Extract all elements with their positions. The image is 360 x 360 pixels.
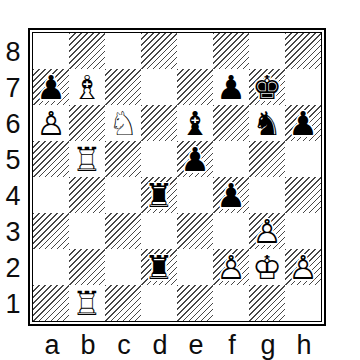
file-label-e: e	[178, 331, 214, 359]
square-e5[interactable]: ♟♟	[177, 141, 213, 177]
chess-board: ♟♟♝♗♟♟♚♚♟♙♞♘♝♝♞♞♟♟♜♖♟♟♜♜♟♟♟♙♜♜♟♙♚♔♟♙♜♖	[32, 32, 322, 322]
square-h5[interactable]	[285, 141, 321, 177]
rank-label-6: 6	[0, 106, 26, 142]
square-f2[interactable]: ♟♙	[213, 249, 249, 285]
square-e4[interactable]	[177, 177, 213, 213]
square-g8[interactable]	[249, 33, 285, 69]
square-d7[interactable]	[141, 69, 177, 105]
square-h8[interactable]	[285, 33, 321, 69]
file-label-a: a	[34, 331, 70, 359]
piece-black-knight[interactable]: ♞♞	[249, 105, 285, 141]
black-rook-glyph: ♜	[144, 251, 174, 284]
piece-black-pawn[interactable]: ♟♟	[177, 141, 213, 177]
square-c4[interactable]	[105, 177, 141, 213]
piece-black-pawn[interactable]: ♟♟	[213, 69, 249, 105]
square-c8[interactable]	[105, 33, 141, 69]
piece-black-pawn[interactable]: ♟♟	[285, 105, 321, 141]
rank-label-5: 5	[0, 142, 26, 178]
square-d2[interactable]: ♜♜	[141, 249, 177, 285]
square-c1[interactable]	[105, 285, 141, 321]
square-c2[interactable]	[105, 249, 141, 285]
rank-labels: 87654321	[0, 34, 26, 322]
square-b6[interactable]	[69, 105, 105, 141]
square-e6[interactable]: ♝♝	[177, 105, 213, 141]
square-e8[interactable]	[177, 33, 213, 69]
rank-label-2: 2	[0, 250, 26, 286]
file-label-g: g	[250, 331, 286, 359]
square-a4[interactable]	[33, 177, 69, 213]
square-a2[interactable]	[33, 249, 69, 285]
square-d1[interactable]	[141, 285, 177, 321]
piece-white-bishop[interactable]: ♝♗	[69, 69, 105, 105]
square-f1[interactable]	[213, 285, 249, 321]
square-f5[interactable]	[213, 141, 249, 177]
square-h7[interactable]	[285, 69, 321, 105]
piece-black-pawn[interactable]: ♟♟	[33, 69, 69, 105]
square-a6[interactable]: ♟♙	[33, 105, 69, 141]
square-h1[interactable]	[285, 285, 321, 321]
file-label-b: b	[70, 331, 106, 359]
piece-black-rook[interactable]: ♜♜	[141, 177, 177, 213]
black-pawn-glyph: ♟	[180, 143, 210, 176]
rank-label-4: 4	[0, 178, 26, 214]
square-g4[interactable]	[249, 177, 285, 213]
square-f6[interactable]	[213, 105, 249, 141]
rank-label-3: 3	[0, 214, 26, 250]
square-d3[interactable]	[141, 213, 177, 249]
board-frame: ♟♟♝♗♟♟♚♚♟♙♞♘♝♝♞♞♟♟♜♖♟♟♜♜♟♟♟♙♜♜♟♙♚♔♟♙♜♖	[28, 28, 326, 326]
piece-white-pawn[interactable]: ♟♙	[249, 213, 285, 249]
piece-white-pawn[interactable]: ♟♙	[285, 249, 321, 285]
square-g7[interactable]: ♚♚	[249, 69, 285, 105]
piece-white-king[interactable]: ♚♔	[249, 249, 285, 285]
square-a5[interactable]	[33, 141, 69, 177]
piece-black-king[interactable]: ♚♚	[249, 69, 285, 105]
black-pawn-glyph: ♟	[288, 107, 318, 140]
square-f4[interactable]: ♟♟	[213, 177, 249, 213]
piece-black-bishop[interactable]: ♝♝	[177, 105, 213, 141]
square-h3[interactable]	[285, 213, 321, 249]
black-rook-glyph: ♜	[144, 179, 174, 212]
square-e3[interactable]	[177, 213, 213, 249]
piece-black-rook[interactable]: ♜♜	[141, 249, 177, 285]
square-g6[interactable]: ♞♞	[249, 105, 285, 141]
piece-white-pawn[interactable]: ♟♙	[213, 249, 249, 285]
white-bishop-glyph: ♗	[72, 71, 102, 104]
square-d5[interactable]	[141, 141, 177, 177]
square-f7[interactable]: ♟♟	[213, 69, 249, 105]
file-label-d: d	[142, 331, 178, 359]
square-d8[interactable]	[141, 33, 177, 69]
square-b5[interactable]: ♜♖	[69, 141, 105, 177]
square-a3[interactable]	[33, 213, 69, 249]
white-pawn-glyph: ♙	[36, 107, 66, 140]
piece-black-pawn[interactable]: ♟♟	[213, 177, 249, 213]
piece-white-rook[interactable]: ♜♖	[69, 141, 105, 177]
square-f8[interactable]	[213, 33, 249, 69]
square-g5[interactable]	[249, 141, 285, 177]
black-pawn-glyph: ♟	[216, 179, 246, 212]
square-b4[interactable]	[69, 177, 105, 213]
square-c7[interactable]	[105, 69, 141, 105]
square-g1[interactable]	[249, 285, 285, 321]
square-g2[interactable]: ♚♔	[249, 249, 285, 285]
rank-label-8: 8	[0, 34, 26, 70]
square-h4[interactable]	[285, 177, 321, 213]
black-knight-glyph: ♞	[252, 107, 282, 140]
rank-label-1: 1	[0, 286, 26, 322]
square-c5[interactable]	[105, 141, 141, 177]
square-a1[interactable]	[33, 285, 69, 321]
square-d4[interactable]: ♜♜	[141, 177, 177, 213]
piece-white-pawn[interactable]: ♟♙	[33, 105, 69, 141]
square-c3[interactable]	[105, 213, 141, 249]
square-b7[interactable]: ♝♗	[69, 69, 105, 105]
square-a7[interactable]: ♟♟	[33, 69, 69, 105]
white-rook-glyph: ♖	[72, 287, 102, 320]
white-pawn-glyph: ♙	[252, 215, 282, 248]
file-labels: abcdefgh	[34, 331, 322, 359]
square-f3[interactable]	[213, 213, 249, 249]
file-label-c: c	[106, 331, 142, 359]
black-king-glyph: ♚	[252, 71, 282, 104]
white-pawn-glyph: ♙	[216, 251, 246, 284]
square-d6[interactable]	[141, 105, 177, 141]
black-bishop-glyph: ♝	[180, 107, 210, 140]
square-h2[interactable]: ♟♙	[285, 249, 321, 285]
file-label-f: f	[214, 331, 250, 359]
square-e2[interactable]	[177, 249, 213, 285]
white-knight-glyph: ♘	[108, 107, 138, 140]
square-a8[interactable]	[33, 33, 69, 69]
rank-label-7: 7	[0, 70, 26, 106]
chess-diagram: 87654321 ♟♟♝♗♟♟♚♚♟♙♞♘♝♝♞♞♟♟♜♖♟♟♜♜♟♟♟♙♜♜♟…	[0, 0, 360, 360]
square-b2[interactable]	[69, 249, 105, 285]
white-king-glyph: ♔	[252, 251, 282, 284]
piece-white-rook[interactable]: ♜♖	[69, 285, 105, 321]
square-g3[interactable]: ♟♙	[249, 213, 285, 249]
black-pawn-glyph: ♟	[216, 71, 246, 104]
square-e7[interactable]	[177, 69, 213, 105]
square-h6[interactable]: ♟♟	[285, 105, 321, 141]
file-label-h: h	[286, 331, 322, 359]
white-pawn-glyph: ♙	[288, 251, 318, 284]
square-b1[interactable]: ♜♖	[69, 285, 105, 321]
square-b8[interactable]	[69, 33, 105, 69]
square-c6[interactable]: ♞♘	[105, 105, 141, 141]
square-e1[interactable]	[177, 285, 213, 321]
piece-white-knight[interactable]: ♞♘	[105, 105, 141, 141]
white-rook-glyph: ♖	[72, 143, 102, 176]
black-pawn-glyph: ♟	[36, 71, 66, 104]
square-b3[interactable]	[69, 213, 105, 249]
